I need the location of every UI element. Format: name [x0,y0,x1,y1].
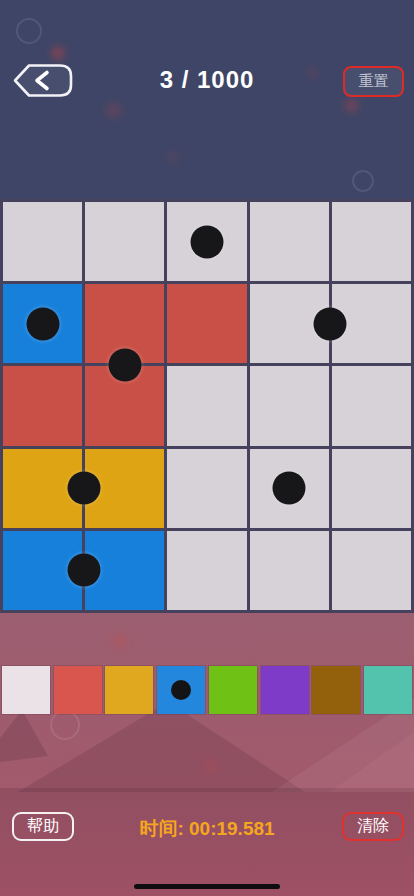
board-cell-r1c3[interactable] [250,284,329,363]
board-cell-r3c2[interactable] [167,449,246,528]
reset-button[interactable]: 重置 [343,66,404,97]
palette-swatch-orange[interactable] [105,666,153,714]
board-cell-r0c1[interactable] [85,202,164,281]
palette-swatch-teal[interactable] [364,666,412,714]
board-cell-r2c4[interactable] [332,366,411,445]
board-cell-r1c2[interactable] [167,284,246,363]
board-cell-r1c1[interactable] [85,284,164,363]
board-cell-r2c3[interactable] [250,366,329,445]
board-cell-r4c2[interactable] [167,531,246,610]
timer-label: 时间: [139,818,183,839]
color-palette [0,666,414,714]
timer-value: 00:19.581 [189,818,275,839]
clear-button[interactable]: 清除 [342,812,404,841]
board-cell-r2c1[interactable] [85,366,164,445]
selected-color-indicator-dot [171,680,191,700]
board-cell-r0c4[interactable] [332,202,411,281]
palette-swatch-purple[interactable] [261,666,309,714]
palette-swatch-green[interactable] [209,666,257,714]
palette-swatch-blue[interactable] [157,666,205,714]
home-indicator[interactable] [134,884,280,889]
board-cell-r4c1[interactable] [85,531,164,610]
board-cell-r3c0[interactable] [3,449,82,528]
board-cell-r4c3[interactable] [250,531,329,610]
board-cell-r0c3[interactable] [250,202,329,281]
board-cell-r1c4[interactable] [332,284,411,363]
palette-swatch-red[interactable] [54,666,102,714]
board-cell-r4c0[interactable] [3,531,82,610]
board-cell-r2c2[interactable] [167,366,246,445]
board-cell-r1c0[interactable] [3,284,82,363]
board-cell-r3c1[interactable] [85,449,164,528]
app-screen: 3 / 1000 重置 帮助 时间: 00:19.581 清除 [0,0,414,896]
board-cell-r2c0[interactable] [3,366,82,445]
board-cell-r3c3[interactable] [250,449,329,528]
palette-swatch-brown[interactable] [312,666,360,714]
puzzle-board [0,199,414,613]
bottom-band [0,788,414,896]
board-cell-r0c0[interactable] [3,202,82,281]
palette-swatch-white[interactable] [2,666,50,714]
board-cell-r4c4[interactable] [332,531,411,610]
board-cell-r3c4[interactable] [332,449,411,528]
board-cell-r0c2[interactable] [167,202,246,281]
